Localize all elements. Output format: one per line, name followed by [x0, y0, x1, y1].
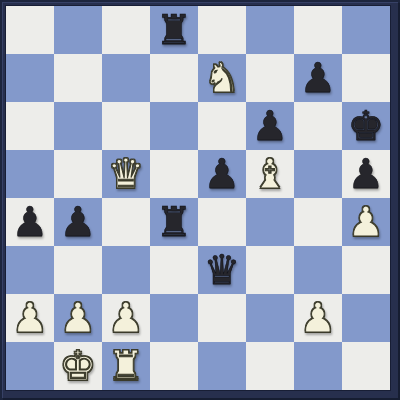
square-f1[interactable]: [246, 342, 294, 390]
square-g7[interactable]: ♟: [294, 54, 342, 102]
square-h8[interactable]: [342, 6, 390, 54]
piece-white-pawn[interactable]: ♟: [12, 294, 49, 342]
square-c7[interactable]: [102, 54, 150, 102]
square-g6[interactable]: [294, 102, 342, 150]
piece-black-pawn[interactable]: ♟: [12, 198, 49, 246]
square-e3[interactable]: ♛: [198, 246, 246, 294]
piece-white-bishop[interactable]: ♝: [252, 150, 289, 198]
square-c3[interactable]: [102, 246, 150, 294]
piece-black-pawn[interactable]: ♟: [300, 54, 337, 102]
piece-white-pawn[interactable]: ♟: [60, 294, 97, 342]
square-a3[interactable]: [6, 246, 54, 294]
square-a4[interactable]: ♟: [6, 198, 54, 246]
square-a5[interactable]: [6, 150, 54, 198]
square-b8[interactable]: [54, 6, 102, 54]
square-h3[interactable]: [342, 246, 390, 294]
square-b7[interactable]: [54, 54, 102, 102]
square-d4[interactable]: ♜: [150, 198, 198, 246]
piece-white-knight[interactable]: ♞: [204, 54, 241, 102]
square-c6[interactable]: [102, 102, 150, 150]
square-h1[interactable]: [342, 342, 390, 390]
piece-white-pawn[interactable]: ♟: [300, 294, 337, 342]
square-a8[interactable]: [6, 6, 54, 54]
square-c5[interactable]: ♛: [102, 150, 150, 198]
square-f5[interactable]: ♝: [246, 150, 294, 198]
piece-black-rook[interactable]: ♜: [156, 198, 193, 246]
square-c2[interactable]: ♟: [102, 294, 150, 342]
square-b2[interactable]: ♟: [54, 294, 102, 342]
square-d1[interactable]: [150, 342, 198, 390]
square-g8[interactable]: [294, 6, 342, 54]
square-c4[interactable]: [102, 198, 150, 246]
piece-white-king[interactable]: ♚: [60, 342, 97, 390]
square-h5[interactable]: ♟: [342, 150, 390, 198]
piece-black-rook[interactable]: ♜: [156, 6, 193, 54]
square-f3[interactable]: [246, 246, 294, 294]
square-f2[interactable]: [246, 294, 294, 342]
square-e7[interactable]: ♞: [198, 54, 246, 102]
square-a7[interactable]: [6, 54, 54, 102]
piece-black-queen[interactable]: ♛: [204, 246, 241, 294]
piece-white-pawn[interactable]: ♟: [348, 198, 385, 246]
square-b3[interactable]: [54, 246, 102, 294]
square-h4[interactable]: ♟: [342, 198, 390, 246]
piece-black-pawn[interactable]: ♟: [348, 150, 385, 198]
square-f7[interactable]: [246, 54, 294, 102]
piece-white-pawn[interactable]: ♟: [108, 294, 145, 342]
square-d6[interactable]: [150, 102, 198, 150]
square-a6[interactable]: [6, 102, 54, 150]
square-e6[interactable]: [198, 102, 246, 150]
square-g1[interactable]: [294, 342, 342, 390]
chess-board-frame: ♜♞♟♟♚♛♟♝♟♟♟♜♟♛♟♟♟♟♚♜: [0, 0, 400, 400]
square-d8[interactable]: ♜: [150, 6, 198, 54]
piece-black-pawn[interactable]: ♟: [252, 102, 289, 150]
chess-board: ♜♞♟♟♚♛♟♝♟♟♟♜♟♛♟♟♟♟♚♜: [6, 6, 390, 390]
square-f8[interactable]: [246, 6, 294, 54]
square-d2[interactable]: [150, 294, 198, 342]
square-a1[interactable]: [6, 342, 54, 390]
piece-white-rook[interactable]: ♜: [108, 342, 145, 390]
square-e2[interactable]: [198, 294, 246, 342]
square-h6[interactable]: ♚: [342, 102, 390, 150]
piece-black-pawn[interactable]: ♟: [204, 150, 241, 198]
square-e1[interactable]: [198, 342, 246, 390]
square-f6[interactable]: ♟: [246, 102, 294, 150]
square-b5[interactable]: [54, 150, 102, 198]
square-a2[interactable]: ♟: [6, 294, 54, 342]
square-e8[interactable]: [198, 6, 246, 54]
square-c8[interactable]: [102, 6, 150, 54]
square-h7[interactable]: [342, 54, 390, 102]
square-g5[interactable]: [294, 150, 342, 198]
piece-black-pawn[interactable]: ♟: [60, 198, 97, 246]
square-b6[interactable]: [54, 102, 102, 150]
piece-black-king[interactable]: ♚: [348, 102, 385, 150]
square-e4[interactable]: [198, 198, 246, 246]
square-e5[interactable]: ♟: [198, 150, 246, 198]
square-b4[interactable]: ♟: [54, 198, 102, 246]
square-f4[interactable]: [246, 198, 294, 246]
square-h2[interactable]: [342, 294, 390, 342]
square-d7[interactable]: [150, 54, 198, 102]
square-g3[interactable]: [294, 246, 342, 294]
square-d5[interactable]: [150, 150, 198, 198]
square-g4[interactable]: [294, 198, 342, 246]
piece-white-queen[interactable]: ♛: [108, 150, 145, 198]
square-d3[interactable]: [150, 246, 198, 294]
square-g2[interactable]: ♟: [294, 294, 342, 342]
square-b1[interactable]: ♚: [54, 342, 102, 390]
square-c1[interactable]: ♜: [102, 342, 150, 390]
